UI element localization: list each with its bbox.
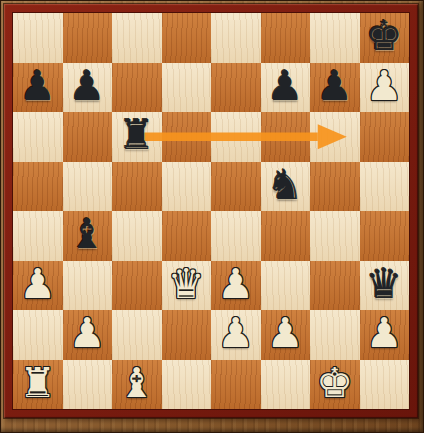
square-b3[interactable] <box>63 261 113 311</box>
square-h6[interactable] <box>360 112 410 162</box>
square-e6[interactable] <box>211 112 261 162</box>
square-h2[interactable]: ♟ <box>360 310 410 360</box>
square-d6[interactable] <box>162 112 212 162</box>
square-e1[interactable] <box>211 360 261 410</box>
chess-board: ♚♟♟♟♟♟♜♞♝♟♛♟♛♟♟♟♟♜♝♚ <box>13 13 409 409</box>
square-c5[interactable] <box>112 162 162 212</box>
square-h5[interactable] <box>360 162 410 212</box>
square-d4[interactable] <box>162 211 212 261</box>
square-e3[interactable]: ♟ <box>211 261 261 311</box>
square-c7[interactable] <box>112 63 162 113</box>
square-f4[interactable] <box>261 211 311 261</box>
piece-black-rook-c6[interactable]: ♜ <box>118 111 155 160</box>
square-h7[interactable]: ♟ <box>360 63 410 113</box>
square-c6[interactable]: ♜ <box>112 112 162 162</box>
piece-black-pawn-g7[interactable]: ♟ <box>316 62 353 111</box>
piece-black-pawn-a7[interactable]: ♟ <box>19 62 56 111</box>
square-h1[interactable] <box>360 360 410 410</box>
square-a8[interactable] <box>13 13 63 63</box>
piece-white-queen-d3[interactable]: ♛ <box>168 260 205 309</box>
square-a7[interactable]: ♟ <box>13 63 63 113</box>
square-c2[interactable] <box>112 310 162 360</box>
piece-black-bishop-b4[interactable]: ♝ <box>69 210 106 259</box>
square-a5[interactable] <box>13 162 63 212</box>
square-h4[interactable] <box>360 211 410 261</box>
piece-white-pawn-h7[interactable]: ♟ <box>366 62 403 111</box>
square-c1[interactable]: ♝ <box>112 360 162 410</box>
piece-black-pawn-b7[interactable]: ♟ <box>69 62 106 111</box>
square-g5[interactable] <box>310 162 360 212</box>
square-b7[interactable]: ♟ <box>63 63 113 113</box>
piece-white-king-g1[interactable]: ♚ <box>316 359 353 408</box>
piece-black-king-h8[interactable]: ♚ <box>366 12 403 61</box>
square-c4[interactable] <box>112 211 162 261</box>
square-e7[interactable] <box>211 63 261 113</box>
square-b5[interactable] <box>63 162 113 212</box>
square-f7[interactable]: ♟ <box>261 63 311 113</box>
square-a2[interactable] <box>13 310 63 360</box>
square-g2[interactable] <box>310 310 360 360</box>
square-b8[interactable] <box>63 13 113 63</box>
square-g6[interactable] <box>310 112 360 162</box>
square-c8[interactable] <box>112 13 162 63</box>
piece-white-pawn-h2[interactable]: ♟ <box>366 309 403 358</box>
square-g8[interactable] <box>310 13 360 63</box>
square-h8[interactable]: ♚ <box>360 13 410 63</box>
square-g3[interactable] <box>310 261 360 311</box>
piece-white-pawn-a3[interactable]: ♟ <box>19 260 56 309</box>
square-f5[interactable]: ♞ <box>261 162 311 212</box>
piece-white-rook-a1[interactable]: ♜ <box>19 359 56 408</box>
square-d7[interactable] <box>162 63 212 113</box>
piece-white-bishop-c1[interactable]: ♝ <box>118 359 155 408</box>
board-frame: ♚♟♟♟♟♟♜♞♝♟♛♟♛♟♟♟♟♜♝♚ <box>0 0 424 433</box>
square-d3[interactable]: ♛ <box>162 261 212 311</box>
square-e8[interactable] <box>211 13 261 63</box>
square-f2[interactable]: ♟ <box>261 310 311 360</box>
board-border: ♚♟♟♟♟♟♜♞♝♟♛♟♛♟♟♟♟♜♝♚ <box>4 4 418 418</box>
square-g4[interactable] <box>310 211 360 261</box>
square-e4[interactable] <box>211 211 261 261</box>
square-a4[interactable] <box>13 211 63 261</box>
square-d5[interactable] <box>162 162 212 212</box>
square-h3[interactable]: ♛ <box>360 261 410 311</box>
square-f8[interactable] <box>261 13 311 63</box>
square-e2[interactable]: ♟ <box>211 310 261 360</box>
square-b4[interactable]: ♝ <box>63 211 113 261</box>
piece-white-pawn-e3[interactable]: ♟ <box>217 260 254 309</box>
square-b1[interactable] <box>63 360 113 410</box>
square-f3[interactable] <box>261 261 311 311</box>
square-f6[interactable] <box>261 112 311 162</box>
square-d1[interactable] <box>162 360 212 410</box>
square-b6[interactable] <box>63 112 113 162</box>
square-d2[interactable] <box>162 310 212 360</box>
square-g1[interactable]: ♚ <box>310 360 360 410</box>
square-a6[interactable] <box>13 112 63 162</box>
square-g7[interactable]: ♟ <box>310 63 360 113</box>
square-a3[interactable]: ♟ <box>13 261 63 311</box>
piece-black-queen-h3[interactable]: ♛ <box>366 260 403 309</box>
square-d8[interactable] <box>162 13 212 63</box>
piece-black-knight-f5[interactable]: ♞ <box>267 161 304 210</box>
piece-black-pawn-f7[interactable]: ♟ <box>267 62 304 111</box>
piece-white-pawn-b2[interactable]: ♟ <box>69 309 106 358</box>
square-b2[interactable]: ♟ <box>63 310 113 360</box>
square-c3[interactable] <box>112 261 162 311</box>
square-f1[interactable] <box>261 360 311 410</box>
square-a1[interactable]: ♜ <box>13 360 63 410</box>
square-e5[interactable] <box>211 162 261 212</box>
piece-white-pawn-e2[interactable]: ♟ <box>217 309 254 358</box>
piece-white-pawn-f2[interactable]: ♟ <box>267 309 304 358</box>
